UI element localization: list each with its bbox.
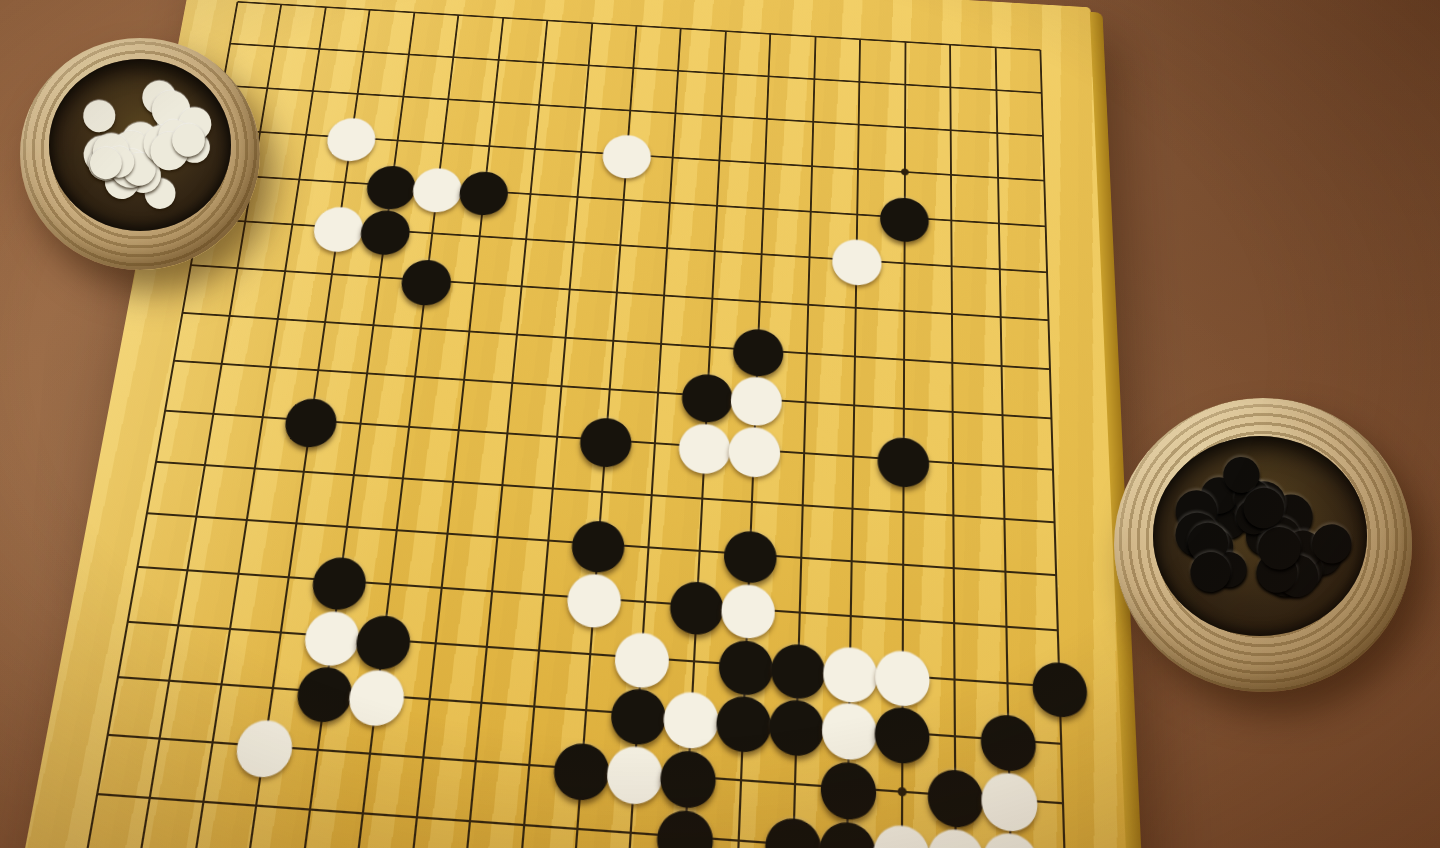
board-intersection — [428, 34, 478, 79]
board-intersection — [747, 12, 793, 56]
board-intersection — [172, 770, 234, 834]
board-intersection: ● — [663, 688, 719, 749]
board-intersection — [622, 519, 676, 576]
board-intersection — [684, 321, 735, 373]
board-intersection — [452, 673, 510, 734]
white-stone: ● — [104, 135, 158, 194]
board-intersection — [534, 360, 587, 413]
board-intersection — [406, 209, 458, 258]
board-intersection — [458, 617, 515, 677]
board-intersection — [1031, 601, 1085, 660]
board-intersection — [837, 59, 883, 105]
board-intersection — [375, 451, 431, 506]
board-intersection: ● — [716, 691, 771, 753]
board-intersection: ● — [881, 193, 928, 242]
board-intersection — [293, 26, 344, 71]
board-intersection — [423, 77, 474, 123]
board-intersection — [107, 538, 167, 595]
board-intersection — [406, 613, 464, 672]
board-intersection — [139, 651, 200, 711]
board-intersection: ● — [579, 413, 632, 467]
white-stone: ● — [175, 122, 215, 166]
board-intersection: ● — [833, 236, 881, 286]
board-intersection — [575, 464, 629, 520]
board-intersection — [560, 85, 609, 131]
board-intersection: ● — [553, 738, 610, 801]
board-intersection — [1025, 343, 1075, 395]
board-intersection — [54, 822, 119, 848]
board-intersection — [928, 487, 979, 543]
board-intersection — [279, 778, 340, 842]
board-intersection — [880, 239, 928, 289]
board-intersection — [226, 441, 283, 496]
board-intersection — [437, 354, 491, 407]
board-intersection — [782, 327, 832, 379]
board-intersection — [473, 37, 523, 82]
board-intersection — [345, 0, 395, 32]
board-intersection — [251, 603, 310, 662]
board-intersection: ● — [303, 606, 362, 665]
star-point — [898, 787, 907, 797]
board-intersection — [333, 781, 394, 845]
board-intersection — [877, 590, 929, 649]
board-intersection — [711, 808, 767, 848]
board-intersection — [625, 467, 678, 523]
board-intersection — [877, 537, 928, 594]
board-intersection — [583, 363, 635, 416]
board-intersection — [632, 367, 684, 420]
board-intersection — [834, 190, 882, 239]
board-intersection — [383, 32, 433, 77]
board-intersection: ● — [769, 695, 823, 757]
board-intersection — [832, 282, 881, 333]
board-intersection — [791, 56, 838, 102]
black-stone: ● — [1278, 527, 1324, 579]
board-intersection — [835, 145, 882, 193]
board-intersection: ● — [602, 131, 651, 178]
board-intersection — [362, 556, 419, 614]
board-intersection — [505, 677, 562, 738]
black-stone: ● — [1195, 463, 1246, 519]
board-intersection — [673, 523, 726, 580]
board-intersection — [368, 503, 425, 560]
board-intersection: ● — [365, 161, 417, 209]
board-intersection: ● — [656, 804, 713, 848]
star-point — [623, 151, 631, 158]
board-intersection: ● — [824, 642, 877, 702]
board-intersection — [480, 407, 534, 461]
white-stone-bowl-interior: ●●●●●●●●●●●●●●●●●●●●●● — [49, 59, 231, 231]
white-stone: ● — [86, 138, 125, 182]
board-intersection — [609, 45, 657, 90]
board-intersection — [265, 200, 319, 249]
board-intersection — [305, 249, 359, 299]
board-intersection: ● — [679, 420, 731, 474]
black-stone: ● — [1170, 477, 1224, 537]
board-intersection — [515, 566, 571, 624]
board-intersection — [741, 140, 789, 187]
board-intersection — [193, 338, 249, 390]
black-stone: ● — [1248, 537, 1308, 602]
board-intersection — [976, 292, 1025, 343]
white-stone: ● — [85, 119, 139, 177]
board-intersection — [726, 474, 778, 530]
board-intersection — [448, 258, 501, 308]
board-intersection — [158, 542, 217, 600]
star-point — [901, 168, 909, 175]
board-intersection — [181, 712, 242, 774]
board-intersection — [928, 242, 976, 292]
board-intersection: ● — [721, 580, 775, 639]
black-stone: ● — [1297, 523, 1345, 578]
board-intersection — [290, 344, 345, 396]
board-intersection — [687, 273, 737, 324]
board-intersection: ● — [1033, 657, 1087, 718]
board-intersection — [879, 333, 928, 385]
board-intersection — [259, 549, 317, 607]
board-intersection: ● — [295, 662, 354, 723]
board-intersection — [256, 0, 307, 26]
board-intersection — [419, 506, 475, 563]
board-intersection: ● — [765, 812, 821, 848]
board-intersection — [176, 438, 234, 493]
board-intersection — [827, 481, 878, 537]
board-intersection — [883, 20, 928, 65]
board-intersection — [148, 596, 208, 655]
board-intersection — [602, 801, 660, 848]
board-intersection — [272, 155, 325, 203]
board-intersection — [591, 267, 642, 318]
board-intersection: ● — [731, 373, 782, 426]
board-intersection — [875, 760, 929, 823]
board-intersection: ● — [310, 552, 368, 610]
board-intersection — [1026, 392, 1077, 446]
board-intersection: ● — [606, 741, 663, 804]
board-intersection — [929, 594, 981, 653]
black-stone: ● — [1236, 466, 1295, 530]
board-intersection — [981, 653, 1035, 714]
board-intersection — [599, 176, 649, 224]
board-intersection — [690, 227, 740, 277]
board-intersection — [713, 749, 769, 812]
board-intersection — [463, 123, 514, 170]
white-stone: ● — [166, 113, 209, 161]
board-intersection — [1023, 248, 1072, 298]
board-intersection — [928, 436, 978, 491]
board-intersection — [975, 199, 1023, 248]
board-intersection — [837, 17, 883, 62]
black-stone: ● — [1276, 516, 1333, 577]
board-intersection — [629, 416, 682, 470]
board-intersection: ● — [571, 516, 625, 573]
board-intersection — [339, 348, 394, 401]
black-stone: ● — [1218, 445, 1264, 496]
board-intersection — [185, 387, 242, 441]
board-intersection — [767, 753, 822, 816]
board-intersection: ● — [347, 666, 406, 727]
board-intersection — [980, 597, 1033, 656]
board-intersection — [523, 0, 572, 43]
board-intersection — [386, 785, 446, 848]
board-intersection — [242, 341, 298, 393]
board-intersection — [249, 24, 301, 69]
board-intersection — [928, 386, 978, 440]
board-intersection — [612, 4, 660, 48]
black-stone-bowl: ●●●●●●●●●●●●●●●●●●●●●●●●●● — [1114, 398, 1412, 692]
white-stone: ● — [154, 93, 198, 142]
board-intersection — [469, 509, 525, 566]
board-intersection — [928, 22, 973, 67]
board-intersection: ● — [771, 638, 825, 698]
board-intersection — [191, 655, 252, 716]
board-intersection — [202, 290, 258, 341]
board-intersection — [530, 410, 584, 464]
board-intersection — [695, 137, 743, 184]
board-intersection — [211, 0, 262, 24]
board-intersection — [280, 111, 332, 158]
board-intersection: ● — [929, 764, 983, 828]
board-intersection — [786, 187, 834, 236]
board-intersection — [525, 461, 579, 516]
white-stone: ● — [171, 96, 217, 146]
board-intersection — [338, 29, 389, 74]
board-intersection — [606, 88, 655, 134]
board-intersection — [777, 477, 829, 533]
board-intersection — [595, 221, 646, 270]
board-intersection — [1030, 547, 1083, 605]
black-stone: ● — [1184, 539, 1237, 598]
board-intersection — [446, 730, 505, 793]
white-stone: ● — [142, 169, 179, 211]
board-intersection — [442, 306, 495, 358]
black-stone: ● — [1304, 511, 1358, 570]
board-intersection — [788, 142, 836, 190]
board-intersection — [657, 6, 704, 50]
board-intersection — [676, 471, 729, 527]
board-intersection — [494, 793, 553, 848]
board-intersection — [785, 233, 834, 283]
board-intersection: ● — [821, 757, 875, 820]
board-intersection: ● — [876, 646, 929, 706]
board-intersection — [979, 491, 1031, 547]
board-intersection — [520, 513, 575, 570]
board-intersection — [145, 335, 202, 387]
board-intersection — [209, 545, 268, 603]
white-stone: ● — [144, 119, 193, 174]
board-intersection — [928, 540, 979, 598]
board-intersection — [735, 276, 785, 327]
board-intersection — [394, 302, 448, 353]
board-intersection — [977, 389, 1027, 443]
board-intersection — [268, 496, 326, 552]
board-intersection — [879, 382, 929, 435]
board-intersection — [154, 287, 210, 338]
board-intersection — [1022, 202, 1071, 251]
board-intersection — [649, 134, 698, 181]
star-point — [260, 742, 270, 751]
board-intersection — [618, 573, 673, 631]
board-intersection — [381, 400, 436, 454]
board-intersection — [510, 621, 566, 681]
black-stone: ● — [1228, 468, 1275, 520]
board-intersection — [1037, 832, 1093, 848]
board-intersection — [928, 151, 975, 199]
board-intersection — [702, 9, 749, 53]
board-intersection — [332, 397, 388, 451]
board-intersection — [400, 669, 458, 730]
board-intersection — [500, 215, 551, 264]
board-intersection — [826, 533, 878, 590]
board-intersection — [505, 170, 556, 218]
white-stone: ● — [100, 137, 139, 180]
star-point — [899, 456, 907, 464]
board-intersection: ● — [983, 828, 1039, 848]
board-intersection: ● — [283, 394, 339, 448]
white-stone: ● — [78, 124, 127, 179]
board-intersection — [739, 184, 788, 233]
board-intersection — [318, 499, 375, 555]
board-intersection — [200, 599, 260, 658]
board-intersection: ● — [670, 576, 724, 634]
board-intersection — [692, 181, 741, 229]
board-intersection — [1020, 113, 1068, 160]
board-intersection — [217, 492, 275, 548]
white-stone-bowl: ●●●●●●●●●●●●●●●●●●●●●● — [20, 38, 260, 270]
board-intersection — [829, 379, 879, 432]
board-intersection — [234, 390, 291, 444]
board-intersection — [1018, 28, 1064, 73]
board-intersection — [136, 384, 194, 437]
board-intersection — [700, 51, 747, 96]
board-intersection — [562, 624, 618, 684]
board-intersection — [298, 296, 353, 347]
black-stone: ● — [1268, 539, 1328, 604]
board-intersection — [880, 286, 928, 337]
board-intersection — [737, 230, 786, 280]
board-intersection — [975, 245, 1024, 295]
board-intersection — [558, 680, 615, 741]
white-stone: ● — [136, 68, 184, 120]
board-intersection — [434, 0, 483, 37]
board-intersection — [129, 708, 191, 770]
board-intersection — [977, 340, 1027, 392]
board-intersection — [440, 789, 499, 848]
board-intersection — [495, 261, 547, 311]
board-intersection — [978, 439, 1029, 494]
star-point — [347, 134, 355, 141]
board-intersection — [543, 264, 595, 314]
white-stone: ● — [149, 81, 193, 131]
board-intersection: ● — [982, 768, 1037, 832]
board-intersection — [1029, 494, 1081, 550]
black-stone: ● — [1243, 508, 1287, 558]
board-intersection — [548, 218, 599, 267]
board-intersection — [340, 723, 400, 785]
board-intersection — [828, 429, 879, 484]
board-intersection — [319, 158, 372, 206]
board-intersection — [974, 110, 1021, 157]
board-intersection — [325, 447, 381, 502]
board-intersection — [654, 48, 702, 93]
white-stone: ● — [117, 141, 162, 190]
black-stone-bowl-interior: ●●●●●●●●●●●●●●●●●●●●●●●●●● — [1153, 436, 1368, 636]
board-intersection — [780, 376, 830, 429]
white-stone: ● — [83, 135, 129, 186]
board-intersection — [929, 649, 982, 709]
board-intersection — [346, 299, 400, 350]
board-intersection — [830, 330, 879, 382]
board-intersection: ● — [875, 702, 928, 764]
board-intersection — [352, 252, 406, 302]
board-intersection: ● — [719, 635, 773, 695]
board-intersection — [636, 318, 687, 370]
board-intersection: ● — [660, 745, 716, 808]
board-intersection — [929, 706, 982, 768]
board-intersection — [882, 62, 928, 108]
board-intersection: ● — [724, 526, 777, 583]
board-intersection — [836, 102, 883, 149]
board-intersection — [300, 0, 351, 29]
board-intersection: ● — [822, 699, 876, 761]
board-intersection — [882, 104, 928, 151]
board-intersection: ● — [412, 164, 464, 212]
white-stone: ● — [97, 152, 148, 207]
black-stone: ● — [1275, 537, 1331, 597]
white-stone: ● — [108, 121, 153, 173]
board-intersection — [417, 120, 468, 167]
board-intersection: ● — [820, 816, 875, 848]
board-intersection: ● — [682, 370, 733, 423]
board-intersection: ● — [567, 569, 622, 627]
board-intersection: ● — [355, 610, 413, 669]
board-intersection — [413, 559, 470, 617]
board-intersection — [1024, 295, 1074, 346]
board-intersection — [878, 484, 929, 540]
board-intersection — [789, 99, 836, 146]
black-stone: ● — [1203, 539, 1255, 595]
board-intersection — [928, 289, 977, 340]
board-intersection — [117, 486, 176, 542]
board-intersection — [564, 43, 613, 88]
board-intersection: ● — [234, 715, 295, 777]
black-stone: ● — [1246, 509, 1310, 578]
board-intersection — [425, 454, 480, 509]
board-intersection — [645, 178, 694, 226]
white-stone: ● — [119, 146, 166, 198]
black-stone: ● — [1255, 506, 1304, 562]
board-intersection — [393, 726, 452, 789]
board-intersection — [652, 90, 700, 136]
black-stone: ● — [1235, 471, 1296, 536]
board-intersection — [568, 1, 616, 45]
board-intersection: ● — [874, 820, 929, 848]
board-intersection: ● — [733, 324, 783, 376]
board-intersection — [388, 351, 442, 404]
board-intersection — [478, 0, 527, 40]
board-intersection — [210, 243, 265, 293]
board-intersection — [126, 434, 184, 489]
black-stone: ● — [1208, 492, 1252, 541]
board-intersection — [745, 53, 792, 98]
board-intersection: ● — [878, 433, 928, 488]
white-stone: ● — [154, 110, 194, 155]
black-stone: ● — [1221, 465, 1282, 532]
board-intersection — [475, 457, 530, 512]
board-intersection: ● — [614, 628, 669, 688]
board-intersection — [225, 774, 287, 838]
board-intersection — [453, 212, 505, 261]
black-stone: ● — [1164, 496, 1227, 564]
